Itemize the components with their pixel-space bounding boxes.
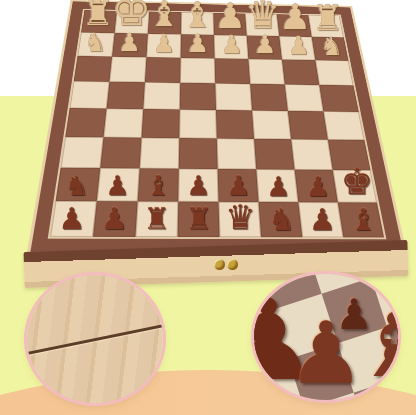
square-f3[interactable]	[248, 59, 284, 84]
piece-light-R-h1[interactable]: ♜	[312, 1, 343, 36]
square-d3[interactable]	[180, 58, 215, 84]
piece-light-R-a1[interactable]: ♜	[82, 0, 113, 31]
piece-dark-B-h8[interactable]: ♝	[350, 205, 377, 235]
piece-light-N-h2[interactable]: ♞	[320, 34, 342, 59]
square-a6[interactable]	[61, 137, 104, 168]
piece-light-P-d2[interactable]: ♟	[186, 31, 208, 56]
square-c4[interactable]	[143, 82, 180, 109]
square-a4[interactable]	[70, 81, 110, 108]
piece-light-N-a2[interactable]: ♞	[84, 30, 106, 55]
inset-pawn-center: ♟	[287, 310, 364, 396]
square-e3[interactable]	[215, 58, 251, 83]
piece-dark-P-d7[interactable]: ♟	[186, 172, 210, 199]
clasp-knob-left	[214, 259, 225, 270]
square-c3[interactable]	[145, 57, 181, 83]
piece-light-P-c2[interactable]: ♟	[152, 31, 174, 56]
piece-light-B-c1[interactable]: ♝	[149, 0, 180, 32]
square-b5[interactable]	[104, 109, 144, 138]
piece-dark-R-c8[interactable]: ♜	[143, 204, 170, 234]
piece-dark-Q-e8[interactable]: ♛	[225, 200, 255, 234]
piece-dark-P-e7[interactable]: ♟	[226, 172, 250, 199]
product-photo-scene: ♜♚♝♝♟♛♟♜♞♟♟♟♟♟♟♞♞♟♝♟♟♟♟♚♟♟♜♜♛♞♟♝ ♟ ♟ ♝ ♟	[0, 0, 416, 415]
piece-light-B-d1[interactable]: ♝	[182, 0, 213, 33]
square-e6[interactable]	[217, 138, 256, 169]
square-g6[interactable]	[291, 139, 333, 170]
piece-light-P-b2[interactable]: ♟	[118, 30, 140, 55]
square-h4[interactable]	[319, 85, 359, 112]
piece-dark-R-d8[interactable]: ♜	[185, 204, 212, 234]
piece-dark-P-f7[interactable]: ♟	[266, 173, 290, 200]
square-f4[interactable]	[250, 84, 288, 111]
square-d4[interactable]	[180, 83, 216, 110]
clasp-icon	[213, 257, 245, 272]
square-f6[interactable]	[254, 139, 295, 170]
piece-dark-P-g7[interactable]: ♟	[306, 173, 330, 200]
piece-light-P-g2[interactable]: ♟	[287, 33, 309, 58]
piece-light-P-g1[interactable]: ♟	[280, 0, 311, 35]
square-g3[interactable]	[282, 60, 319, 85]
inset-pieces-closeup: ♟ ♟ ♝ ♟	[254, 274, 398, 400]
piece-dark-N-a7[interactable]: ♞	[64, 172, 88, 199]
piece-dark-B-c7[interactable]: ♝	[146, 172, 170, 199]
square-b6[interactable]	[100, 137, 141, 168]
piece-light-K-b1[interactable]: ♚	[112, 0, 151, 32]
square-b3[interactable]	[109, 57, 146, 83]
piece-light-P-f2[interactable]: ♟	[254, 32, 276, 57]
square-b4[interactable]	[107, 82, 145, 109]
square-g5[interactable]	[288, 111, 328, 140]
piece-dark-P-b7[interactable]: ♟	[105, 172, 129, 199]
square-h3[interactable]	[315, 60, 353, 85]
clasp-knob-right	[227, 259, 238, 270]
piece-light-Q-f1[interactable]: ♛	[245, 0, 280, 34]
square-h5[interactable]	[323, 111, 364, 140]
square-c5[interactable]	[142, 109, 180, 138]
square-e4[interactable]	[215, 83, 252, 110]
square-g4[interactable]	[285, 84, 324, 111]
piece-dark-P-b8[interactable]: ♟	[101, 204, 128, 234]
piece-dark-N-f8[interactable]: ♞	[268, 205, 295, 235]
square-c6[interactable]	[140, 138, 180, 169]
square-a3[interactable]	[74, 56, 112, 82]
inset-hinge-closeup	[27, 275, 163, 403]
square-d5[interactable]	[179, 110, 217, 139]
square-d6[interactable]	[179, 138, 218, 169]
piece-dark-P-a8[interactable]: ♟	[58, 204, 85, 234]
square-e5[interactable]	[216, 110, 254, 139]
piece-light-P-e1[interactable]: ♟	[215, 0, 246, 34]
piece-light-P-e2[interactable]: ♟	[220, 32, 242, 57]
piece-dark-P-g8[interactable]: ♟	[309, 205, 336, 235]
piece-dark-K-h7[interactable]: ♚	[341, 164, 373, 200]
square-f5[interactable]	[252, 110, 291, 139]
square-a5[interactable]	[65, 108, 106, 137]
